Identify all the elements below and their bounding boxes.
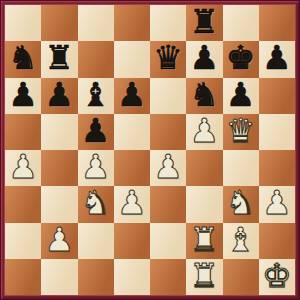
- black-pawn-g6[interactable]: ♟: [226, 78, 256, 113]
- square-b7[interactable]: ♜: [41, 41, 77, 77]
- square-d1[interactable]: [114, 259, 150, 295]
- square-c2[interactable]: [78, 223, 114, 259]
- black-knight-a7[interactable]: ♞: [8, 41, 38, 76]
- square-b4[interactable]: [41, 150, 77, 186]
- square-e7[interactable]: ♛: [150, 41, 186, 77]
- square-e8[interactable]: [150, 5, 186, 41]
- white-king-h1[interactable]: ♚: [262, 259, 292, 294]
- square-e5[interactable]: [150, 114, 186, 150]
- square-e4[interactable]: ♟: [150, 150, 186, 186]
- square-f5[interactable]: ♟: [186, 114, 222, 150]
- square-e6[interactable]: [150, 78, 186, 114]
- square-b2[interactable]: ♟: [41, 223, 77, 259]
- square-c5[interactable]: ♟: [78, 114, 114, 150]
- square-g8[interactable]: [223, 5, 259, 41]
- black-king-g7[interactable]: ♚: [226, 41, 256, 76]
- white-pawn-b2[interactable]: ♟: [45, 223, 75, 258]
- square-d3[interactable]: ♟: [114, 186, 150, 222]
- black-rook-f8[interactable]: ♜: [190, 5, 220, 40]
- square-f7[interactable]: ♟: [186, 41, 222, 77]
- square-d6[interactable]: ♟: [114, 78, 150, 114]
- black-pawn-c5[interactable]: ♟: [81, 114, 111, 149]
- square-a4[interactable]: ♟: [5, 150, 41, 186]
- white-pawn-e4[interactable]: ♟: [153, 150, 183, 185]
- white-knight-c3[interactable]: ♞: [81, 186, 111, 221]
- square-e2[interactable]: [150, 223, 186, 259]
- square-f2[interactable]: ♜: [186, 223, 222, 259]
- square-c6[interactable]: ♝: [78, 78, 114, 114]
- square-d5[interactable]: [114, 114, 150, 150]
- square-f3[interactable]: [186, 186, 222, 222]
- square-c7[interactable]: [78, 41, 114, 77]
- chess-board: ♜♞♜♛♟♚♟♟♟♝♟♞♟♟♟♛♟♟♟♞♟♞♟♟♜♝♜♚: [5, 5, 295, 295]
- square-g4[interactable]: [223, 150, 259, 186]
- square-a5[interactable]: [5, 114, 41, 150]
- square-h6[interactable]: [259, 78, 295, 114]
- square-h5[interactable]: [259, 114, 295, 150]
- square-b8[interactable]: [41, 5, 77, 41]
- white-pawn-h3[interactable]: ♟: [262, 186, 292, 221]
- square-e1[interactable]: [150, 259, 186, 295]
- square-b3[interactable]: [41, 186, 77, 222]
- square-h3[interactable]: ♟: [259, 186, 295, 222]
- black-pawn-f7[interactable]: ♟: [190, 41, 220, 76]
- square-g6[interactable]: ♟: [223, 78, 259, 114]
- black-pawn-b6[interactable]: ♟: [45, 78, 75, 113]
- white-pawn-f5[interactable]: ♟: [190, 114, 220, 149]
- square-b1[interactable]: [41, 259, 77, 295]
- square-d4[interactable]: [114, 150, 150, 186]
- square-h1[interactable]: ♚: [259, 259, 295, 295]
- square-f1[interactable]: ♜: [186, 259, 222, 295]
- square-c8[interactable]: [78, 5, 114, 41]
- square-c1[interactable]: [78, 259, 114, 295]
- black-pawn-d6[interactable]: ♟: [117, 78, 147, 113]
- white-pawn-a4[interactable]: ♟: [8, 150, 38, 185]
- black-knight-f6[interactable]: ♞: [190, 78, 220, 113]
- square-c4[interactable]: ♟: [78, 150, 114, 186]
- square-d7[interactable]: [114, 41, 150, 77]
- square-h2[interactable]: [259, 223, 295, 259]
- square-d2[interactable]: [114, 223, 150, 259]
- square-g3[interactable]: ♞: [223, 186, 259, 222]
- black-rook-b7[interactable]: ♜: [45, 41, 75, 76]
- square-a6[interactable]: ♟: [5, 78, 41, 114]
- square-b5[interactable]: [41, 114, 77, 150]
- square-a8[interactable]: [5, 5, 41, 41]
- square-f4[interactable]: [186, 150, 222, 186]
- white-pawn-d3[interactable]: ♟: [117, 186, 147, 221]
- square-h4[interactable]: [259, 150, 295, 186]
- square-f6[interactable]: ♞: [186, 78, 222, 114]
- black-queen-e7[interactable]: ♛: [153, 41, 183, 76]
- white-rook-f1[interactable]: ♜: [190, 259, 220, 294]
- white-bishop-g2[interactable]: ♝: [226, 223, 256, 258]
- square-a2[interactable]: [5, 223, 41, 259]
- black-pawn-h7[interactable]: ♟: [262, 41, 292, 76]
- square-g1[interactable]: [223, 259, 259, 295]
- square-e3[interactable]: [150, 186, 186, 222]
- square-c3[interactable]: ♞: [78, 186, 114, 222]
- square-g5[interactable]: ♛: [223, 114, 259, 150]
- square-d8[interactable]: [114, 5, 150, 41]
- white-pawn-c4[interactable]: ♟: [81, 150, 111, 185]
- square-a7[interactable]: ♞: [5, 41, 41, 77]
- square-f8[interactable]: ♜: [186, 5, 222, 41]
- black-bishop-c6[interactable]: ♝: [81, 78, 111, 113]
- square-g2[interactable]: ♝: [223, 223, 259, 259]
- square-h8[interactable]: [259, 5, 295, 41]
- square-b6[interactable]: ♟: [41, 78, 77, 114]
- square-a1[interactable]: [5, 259, 41, 295]
- board-frame: ♜♞♜♛♟♚♟♟♟♝♟♞♟♟♟♛♟♟♟♞♟♞♟♟♜♝♜♚: [0, 0, 300, 300]
- square-h7[interactable]: ♟: [259, 41, 295, 77]
- white-queen-g5[interactable]: ♛: [226, 114, 256, 149]
- square-a3[interactable]: [5, 186, 41, 222]
- square-g7[interactable]: ♚: [223, 41, 259, 77]
- white-rook-f2[interactable]: ♜: [190, 223, 220, 258]
- white-knight-g3[interactable]: ♞: [226, 186, 256, 221]
- black-pawn-a6[interactable]: ♟: [8, 78, 38, 113]
